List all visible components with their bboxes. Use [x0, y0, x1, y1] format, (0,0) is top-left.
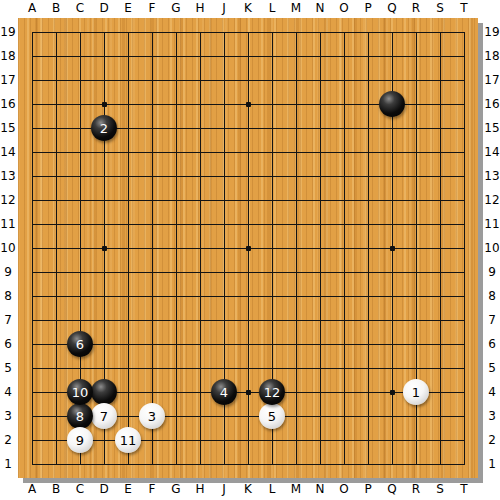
grid-line-v-N	[320, 32, 321, 465]
stone-white-D3[interactable]: 7	[91, 403, 117, 429]
star-point-Q4	[390, 390, 395, 395]
coord-label-top-S: S	[432, 1, 448, 15]
coord-label-top-C: C	[72, 1, 88, 15]
coord-label-left-12: 12	[0, 193, 16, 207]
coord-label-bottom-S: S	[432, 482, 448, 496]
stone-black-L4[interactable]: 12	[259, 379, 285, 405]
coord-label-left-17: 17	[0, 73, 16, 87]
coord-label-top-B: B	[48, 1, 64, 15]
coord-label-bottom-A: A	[24, 482, 40, 496]
move-number: 8	[76, 410, 84, 423]
move-number: 12	[264, 386, 281, 399]
coord-label-top-K: K	[240, 1, 256, 15]
coord-label-bottom-F: F	[144, 482, 160, 496]
coord-label-top-H: H	[192, 1, 208, 15]
coord-label-bottom-K: K	[240, 482, 256, 496]
grid-line-h-6	[32, 344, 465, 345]
move-number: 5	[268, 410, 276, 423]
grid-line-v-M	[296, 32, 297, 465]
stone-white-E2[interactable]: 11	[115, 427, 141, 453]
coord-label-bottom-N: N	[312, 482, 328, 496]
coord-label-top-J: J	[216, 1, 232, 15]
stone-black-C4[interactable]: 10	[67, 379, 93, 405]
coord-label-right-12: 12	[484, 193, 500, 207]
coord-label-top-A: A	[24, 1, 40, 15]
grid-line-v-O	[344, 32, 345, 465]
coord-label-bottom-E: E	[120, 482, 136, 496]
coord-label-bottom-O: O	[336, 482, 352, 496]
coord-label-left-4: 4	[0, 385, 16, 399]
coord-label-top-O: O	[336, 1, 352, 15]
move-number: 10	[72, 386, 89, 399]
stone-black-D4[interactable]	[91, 379, 117, 405]
stone-white-R4[interactable]: 1	[403, 379, 429, 405]
coord-label-left-8: 8	[0, 289, 16, 303]
move-number: 11	[120, 434, 137, 447]
stone-white-L3[interactable]: 5	[259, 403, 285, 429]
star-point-K4	[246, 390, 251, 395]
star-point-D10	[102, 246, 107, 251]
coord-label-right-2: 2	[484, 433, 500, 447]
coord-label-left-14: 14	[0, 145, 16, 159]
coord-label-left-13: 13	[0, 169, 16, 183]
coord-label-top-P: P	[360, 1, 376, 15]
grid-line-v-S	[440, 32, 441, 465]
coord-label-left-11: 11	[0, 217, 16, 231]
stone-black-D15[interactable]: 2	[91, 115, 117, 141]
coord-label-top-L: L	[264, 1, 280, 15]
go-board-diagram: 123456789101112 AABBCCDDEEFFGGHHJJKKLLMM…	[0, 0, 500, 500]
coord-label-left-7: 7	[0, 313, 16, 327]
coord-label-right-5: 5	[484, 361, 500, 375]
coord-label-bottom-D: D	[96, 482, 112, 496]
coord-label-right-16: 16	[484, 97, 500, 111]
coord-label-right-4: 4	[484, 385, 500, 399]
stone-black-C6[interactable]: 6	[67, 331, 93, 357]
go-board[interactable]: 123456789101112	[18, 18, 478, 478]
coord-label-top-E: E	[120, 1, 136, 15]
coord-label-bottom-J: J	[216, 482, 232, 496]
coord-label-bottom-Q: Q	[384, 482, 400, 496]
move-number: 1	[412, 386, 420, 399]
stone-black-J4[interactable]: 4	[211, 379, 237, 405]
grid-line-v-T	[464, 32, 465, 465]
coord-label-left-2: 2	[0, 433, 16, 447]
coord-label-left-18: 18	[0, 49, 16, 63]
coord-label-right-10: 10	[484, 241, 500, 255]
coord-label-bottom-P: P	[360, 482, 376, 496]
move-number: 9	[76, 434, 84, 447]
coord-label-bottom-H: H	[192, 482, 208, 496]
coord-label-right-6: 6	[484, 337, 500, 351]
coord-label-right-15: 15	[484, 121, 500, 135]
coord-label-top-G: G	[168, 1, 184, 15]
coord-label-left-5: 5	[0, 361, 16, 375]
coord-label-bottom-L: L	[264, 482, 280, 496]
coord-label-right-14: 14	[484, 145, 500, 159]
stone-white-C2[interactable]: 9	[67, 427, 93, 453]
coord-label-bottom-G: G	[168, 482, 184, 496]
coord-label-right-11: 11	[484, 217, 500, 231]
grid-line-v-P	[368, 32, 369, 465]
coord-label-right-9: 9	[484, 265, 500, 279]
coord-label-left-3: 3	[0, 409, 16, 423]
grid-line-h-8	[32, 296, 465, 297]
coord-label-right-18: 18	[484, 49, 500, 63]
coord-label-bottom-M: M	[288, 482, 304, 496]
coord-label-top-N: N	[312, 1, 328, 15]
move-number: 3	[148, 410, 156, 423]
coord-label-left-16: 16	[0, 97, 16, 111]
coord-label-left-15: 15	[0, 121, 16, 135]
star-point-K10	[246, 246, 251, 251]
coord-label-left-9: 9	[0, 265, 16, 279]
coord-label-right-3: 3	[484, 409, 500, 423]
grid-line-h-2	[32, 440, 465, 441]
coord-label-left-1: 1	[0, 457, 16, 471]
move-number: 6	[76, 338, 84, 351]
star-point-D16	[102, 102, 107, 107]
coord-label-bottom-R: R	[408, 482, 424, 496]
star-point-Q10	[390, 246, 395, 251]
coord-label-bottom-C: C	[72, 482, 88, 496]
coord-label-left-19: 19	[0, 25, 16, 39]
grid-line-h-7	[32, 320, 465, 321]
coord-label-bottom-T: T	[456, 482, 472, 496]
coord-label-top-F: F	[144, 1, 160, 15]
coord-label-top-D: D	[96, 1, 112, 15]
move-number: 7	[100, 410, 108, 423]
coord-label-right-8: 8	[484, 289, 500, 303]
coord-label-right-17: 17	[484, 73, 500, 87]
stone-black-Q16[interactable]	[379, 91, 405, 117]
coord-label-right-19: 19	[484, 25, 500, 39]
coord-label-left-6: 6	[0, 337, 16, 351]
coord-label-top-T: T	[456, 1, 472, 15]
coord-label-top-R: R	[408, 1, 424, 15]
grid-line-h-1	[32, 464, 465, 465]
stone-black-C3[interactable]: 8	[67, 403, 93, 429]
star-point-K16	[246, 102, 251, 107]
grid-line-h-9	[32, 272, 465, 273]
move-number: 2	[100, 122, 108, 135]
stone-white-F3[interactable]: 3	[139, 403, 165, 429]
coord-label-right-1: 1	[484, 457, 500, 471]
coord-label-right-7: 7	[484, 313, 500, 327]
coord-label-left-10: 10	[0, 241, 16, 255]
coord-label-right-13: 13	[484, 169, 500, 183]
move-number: 4	[220, 386, 228, 399]
grid-line-h-5	[32, 368, 465, 369]
coord-label-top-Q: Q	[384, 1, 400, 15]
coord-label-bottom-B: B	[48, 482, 64, 496]
coord-label-top-M: M	[288, 1, 304, 15]
